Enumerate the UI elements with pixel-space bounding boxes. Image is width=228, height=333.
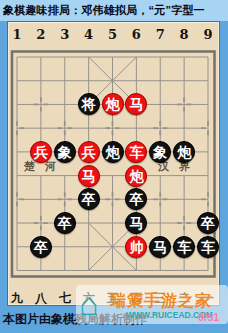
- piece-马-red: 马: [78, 165, 100, 187]
- top-file-label: 8: [173, 27, 195, 42]
- piece-兵-red: 兵: [78, 141, 100, 163]
- top-file-label: 6: [125, 27, 147, 42]
- piece-将-black: 将: [78, 93, 100, 115]
- top-file-label: 7: [149, 27, 171, 42]
- piece-炮-red: 炮: [102, 93, 124, 115]
- piece-炮-red: 炮: [125, 165, 147, 187]
- piece-象-black: 象: [149, 141, 171, 163]
- top-file-label: 9: [197, 27, 219, 42]
- piece-卒-black: 卒: [54, 212, 76, 234]
- watermark-counter: 0/51: [198, 311, 219, 323]
- piece-卒-black: 卒: [197, 212, 219, 234]
- xiangqi-diagram-screenshot: 象棋趣味排局：邓伟雄拟局，“元”字型一 123456789 九八七六五四三二一 …: [0, 0, 228, 333]
- piece-车-black: 车: [197, 236, 219, 258]
- bottom-file-label: 七: [54, 290, 76, 307]
- piece-象-black: 象: [54, 141, 76, 163]
- top-file-label: 2: [30, 27, 52, 42]
- piece-卒-black: 卒: [78, 188, 100, 210]
- top-file-label: 4: [78, 27, 100, 42]
- piece-炮-black: 炮: [173, 141, 195, 163]
- piece-车-black: 车: [173, 236, 195, 258]
- page-title: 象棋趣味排局：邓伟雄拟局，“元”字型一: [0, 0, 228, 21]
- top-file-label: 1: [6, 27, 28, 42]
- top-file-label: 3: [54, 27, 76, 42]
- piece-帅-red: 帅: [125, 236, 147, 258]
- watermark-site-name: 瑞策手游之家: [110, 291, 212, 312]
- piece-兵-red: 兵: [30, 141, 52, 163]
- piece-马-black: 马: [149, 236, 171, 258]
- bottom-file-label: 九: [6, 290, 28, 307]
- piece-卒-black: 卒: [30, 236, 52, 258]
- bottom-file-label: 八: [30, 290, 52, 307]
- piece-炮-black: 炮: [102, 141, 124, 163]
- house-icon: ⌂: [79, 288, 98, 320]
- top-file-label: 5: [102, 27, 124, 42]
